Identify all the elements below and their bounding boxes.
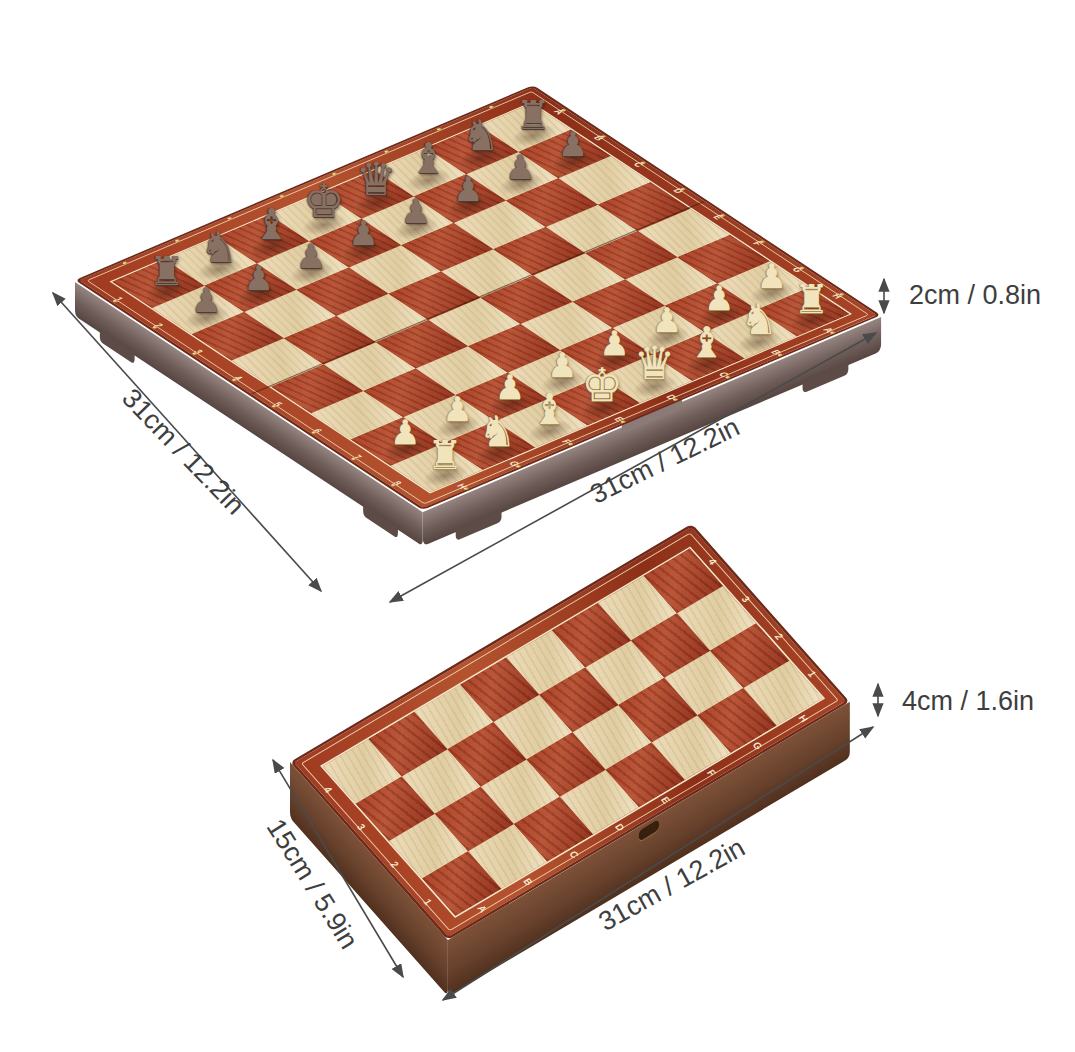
- dim-folded-thickness: 4cm / 1.6in: [902, 686, 1034, 717]
- piece-white-rook: ♜: [771, 237, 851, 319]
- board-foot: [803, 362, 849, 393]
- board-foot: [100, 329, 135, 364]
- board-foot: [363, 504, 398, 539]
- product-photo-stage: HGFEDCBA12345678ABCDEFGH♜♞♝♚♛♝♞♜♟♟♟♟♟♟♟♟…: [0, 0, 1075, 1052]
- board-foot: [456, 510, 502, 541]
- dim-open-thickness: 2cm / 0.8in: [909, 280, 1041, 311]
- piece-black-pawn: ♟: [533, 79, 613, 161]
